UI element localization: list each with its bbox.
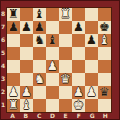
square-a1[interactable]: ♜ <box>7 99 20 112</box>
white-bishop[interactable]: ♝ <box>98 34 111 47</box>
square-d6[interactable]: ♝ <box>46 34 59 47</box>
square-f4[interactable] <box>72 60 85 73</box>
square-h4[interactable] <box>98 60 111 73</box>
black-pawn[interactable]: ♟ <box>85 34 98 47</box>
square-g6[interactable]: ♟ <box>85 34 98 47</box>
square-c6[interactable]: ♞ <box>33 34 46 47</box>
square-b6[interactable] <box>20 34 33 47</box>
white-queen[interactable]: ♛ <box>59 73 72 86</box>
chess-board[interactable]: ♜♝♜♟♟♟♟♚♞♝♟♝♟♞♛♟♟♟♟♛♜♝♚ <box>6 7 112 113</box>
file-label-d: D <box>46 112 59 120</box>
square-a6[interactable] <box>7 34 20 47</box>
file-label-c: C <box>33 112 46 120</box>
file-label-f: F <box>72 112 85 120</box>
square-e5[interactable] <box>59 47 72 60</box>
black-pawn[interactable]: ♟ <box>72 21 85 34</box>
file-label-b: B <box>19 112 32 120</box>
square-c5[interactable] <box>33 47 46 60</box>
white-rook[interactable]: ♜ <box>7 99 20 112</box>
square-g8[interactable] <box>85 8 98 21</box>
square-b7[interactable]: ♟ <box>20 21 33 34</box>
square-d1[interactable] <box>46 99 59 112</box>
square-d3[interactable] <box>46 73 59 86</box>
black-pawn[interactable]: ♟ <box>7 21 20 34</box>
square-b1[interactable]: ♝ <box>20 99 33 112</box>
square-e3[interactable]: ♛ <box>59 73 72 86</box>
square-h6[interactable]: ♝ <box>98 34 111 47</box>
square-e7[interactable] <box>59 21 72 34</box>
square-d8[interactable] <box>46 8 59 21</box>
square-f6[interactable] <box>72 34 85 47</box>
white-bishop[interactable]: ♝ <box>20 99 33 112</box>
square-e1[interactable] <box>59 99 72 112</box>
square-g4[interactable] <box>85 60 98 73</box>
square-g5[interactable] <box>85 47 98 60</box>
white-knight[interactable]: ♞ <box>33 73 46 86</box>
square-e8[interactable]: ♜ <box>59 8 72 21</box>
square-d4[interactable]: ♟ <box>46 60 59 73</box>
square-h1[interactable] <box>98 99 111 112</box>
square-e2[interactable] <box>59 86 72 99</box>
square-c1[interactable] <box>33 99 46 112</box>
chess-board-diagram: 87654321 ♜♝♜♟♟♟♟♚♞♝♟♝♟♞♛♟♟♟♟♛♜♝♚ ABCDEFG… <box>0 0 120 120</box>
white-king[interactable]: ♚ <box>72 99 85 112</box>
file-labels: ABCDEFGH <box>6 112 112 120</box>
file-label-a: A <box>6 112 19 120</box>
square-g1[interactable] <box>85 99 98 112</box>
square-a4[interactable] <box>7 60 20 73</box>
square-b5[interactable] <box>20 47 33 60</box>
square-d2[interactable] <box>46 86 59 99</box>
square-h2[interactable]: ♛ <box>98 86 111 99</box>
square-e6[interactable] <box>59 34 72 47</box>
file-label-e: E <box>59 112 72 120</box>
black-pawn[interactable]: ♟ <box>20 21 33 34</box>
square-f5[interactable] <box>72 47 85 60</box>
square-c2[interactable] <box>33 86 46 99</box>
white-pawn[interactable]: ♟ <box>85 86 98 99</box>
square-h5[interactable] <box>98 47 111 60</box>
square-a7[interactable]: ♟ <box>7 21 20 34</box>
square-f7[interactable]: ♟ <box>72 21 85 34</box>
black-bishop[interactable]: ♝ <box>46 34 59 47</box>
file-label-h: H <box>99 112 112 120</box>
square-f1[interactable]: ♚ <box>72 99 85 112</box>
square-a5[interactable] <box>7 47 20 60</box>
square-b4[interactable] <box>20 60 33 73</box>
square-g2[interactable]: ♟ <box>85 86 98 99</box>
square-c3[interactable]: ♞ <box>33 73 46 86</box>
file-label-g: G <box>86 112 99 120</box>
white-rook[interactable]: ♜ <box>59 8 72 21</box>
black-knight[interactable]: ♞ <box>33 34 46 47</box>
black-queen[interactable]: ♛ <box>98 86 111 99</box>
white-pawn[interactable]: ♟ <box>46 60 59 73</box>
